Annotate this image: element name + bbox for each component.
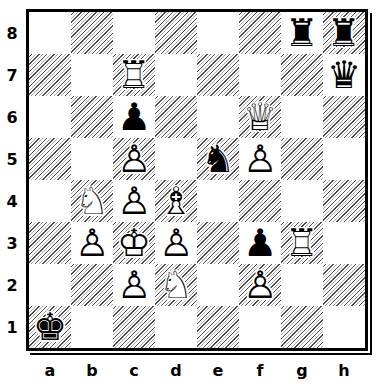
square-e1[interactable] xyxy=(197,306,239,348)
square-e5[interactable]: ♞ xyxy=(197,138,239,180)
square-e2[interactable] xyxy=(197,264,239,306)
square-h8[interactable]: ♜ xyxy=(323,12,365,54)
square-h2[interactable] xyxy=(323,264,365,306)
square-e3[interactable] xyxy=(197,222,239,264)
square-d8[interactable] xyxy=(155,12,197,54)
square-d7[interactable] xyxy=(155,54,197,96)
piece-glyph: ♚ xyxy=(29,306,71,348)
white-bishop-d4: ♝♗ xyxy=(155,180,197,222)
white-rook-c7: ♜♖ xyxy=(113,54,155,96)
square-h3[interactable] xyxy=(323,222,365,264)
square-b5[interactable] xyxy=(71,138,113,180)
square-g3[interactable]: ♜♖ xyxy=(281,222,323,264)
square-d4[interactable]: ♝♗ xyxy=(155,180,197,222)
square-c1[interactable] xyxy=(113,306,155,348)
rank-label-5: 5 xyxy=(0,138,24,180)
piece-outline-layer: ♙ xyxy=(113,180,155,222)
square-c4[interactable]: ♟♙ xyxy=(113,180,155,222)
square-a7[interactable] xyxy=(29,54,71,96)
file-label-d: d xyxy=(155,357,197,383)
rank-label-3: 3 xyxy=(0,222,24,264)
square-h7[interactable]: ♛ xyxy=(323,54,365,96)
piece-outline-layer: ♘ xyxy=(71,180,113,222)
square-c8[interactable] xyxy=(113,12,155,54)
white-pawn-b3: ♟♙ xyxy=(71,222,113,264)
square-a5[interactable] xyxy=(29,138,71,180)
file-label-h: h xyxy=(323,357,365,383)
black-pawn-c6: ♟ xyxy=(113,96,155,138)
square-e7[interactable] xyxy=(197,54,239,96)
square-f5[interactable]: ♟♙ xyxy=(239,138,281,180)
rank-label-6: 6 xyxy=(0,96,24,138)
square-a8[interactable] xyxy=(29,12,71,54)
square-b7[interactable] xyxy=(71,54,113,96)
square-b8[interactable] xyxy=(71,12,113,54)
square-g1[interactable] xyxy=(281,306,323,348)
black-king-a1: ♚ xyxy=(29,306,71,348)
piece-glyph: ♟ xyxy=(113,96,155,138)
white-pawn-c2: ♟♙ xyxy=(113,264,155,306)
square-f4[interactable] xyxy=(239,180,281,222)
square-f3[interactable]: ♟ xyxy=(239,222,281,264)
file-label-c: c xyxy=(113,357,155,383)
black-pawn-f3: ♟ xyxy=(239,222,281,264)
square-h1[interactable] xyxy=(323,306,365,348)
file-label-f: f xyxy=(239,357,281,383)
white-pawn-c5: ♟♙ xyxy=(113,138,155,180)
square-d6[interactable] xyxy=(155,96,197,138)
piece-outline-layer: ♙ xyxy=(155,222,197,264)
white-pawn-f5: ♟♙ xyxy=(239,138,281,180)
square-g4[interactable] xyxy=(281,180,323,222)
black-rook-g8: ♜ xyxy=(281,12,323,54)
square-e4[interactable] xyxy=(197,180,239,222)
piece-outline-layer: ♖ xyxy=(113,54,155,96)
chess-board: ♜♜♜♖♛♟♛♕♟♙♞♟♙♞♘♟♙♝♗♟♙♚♔♟♙♟♜♖♟♙♞♘♟♙♚ xyxy=(29,12,365,348)
square-h4[interactable] xyxy=(323,180,365,222)
file-label-a: a xyxy=(29,357,71,383)
square-c5[interactable]: ♟♙ xyxy=(113,138,155,180)
white-knight-b4: ♞♘ xyxy=(71,180,113,222)
piece-outline-layer: ♘ xyxy=(155,264,197,306)
black-rook-h8: ♜ xyxy=(323,12,365,54)
square-d1[interactable] xyxy=(155,306,197,348)
square-g6[interactable] xyxy=(281,96,323,138)
square-f2[interactable]: ♟♙ xyxy=(239,264,281,306)
board-frame: ♜♜♜♖♛♟♛♕♟♙♞♟♙♞♘♟♙♝♗♟♙♚♔♟♙♟♜♖♟♙♞♘♟♙♚ xyxy=(26,9,368,351)
rank-label-1: 1 xyxy=(0,306,24,348)
piece-glyph: ♞ xyxy=(197,138,239,180)
white-pawn-d3: ♟♙ xyxy=(155,222,197,264)
piece-outline-layer: ♖ xyxy=(281,222,323,264)
square-h6[interactable] xyxy=(323,96,365,138)
piece-outline-layer: ♔ xyxy=(113,222,155,264)
white-king-c3: ♚♔ xyxy=(113,222,155,264)
square-b6[interactable] xyxy=(71,96,113,138)
square-d3[interactable]: ♟♙ xyxy=(155,222,197,264)
file-label-e: e xyxy=(197,357,239,383)
file-labels: abcdefgh xyxy=(29,357,365,383)
chess-diagram: 87654321 ♜♜♜♖♛♟♛♕♟♙♞♟♙♞♘♟♙♝♗♟♙♚♔♟♙♟♜♖♟♙♞… xyxy=(0,0,386,391)
square-b1[interactable] xyxy=(71,306,113,348)
square-b3[interactable]: ♟♙ xyxy=(71,222,113,264)
square-f7[interactable] xyxy=(239,54,281,96)
piece-outline-layer: ♙ xyxy=(239,138,281,180)
square-a1[interactable]: ♚ xyxy=(29,306,71,348)
white-knight-d2: ♞♘ xyxy=(155,264,197,306)
square-a4[interactable] xyxy=(29,180,71,222)
square-e6[interactable] xyxy=(197,96,239,138)
square-d2[interactable]: ♞♘ xyxy=(155,264,197,306)
piece-outline-layer: ♕ xyxy=(239,96,281,138)
piece-outline-layer: ♙ xyxy=(71,222,113,264)
square-a3[interactable] xyxy=(29,222,71,264)
rank-labels: 87654321 xyxy=(0,12,24,348)
piece-glyph: ♜ xyxy=(323,12,365,54)
square-g5[interactable] xyxy=(281,138,323,180)
square-f1[interactable] xyxy=(239,306,281,348)
square-f6[interactable]: ♛♕ xyxy=(239,96,281,138)
piece-glyph: ♟ xyxy=(239,222,281,264)
square-b2[interactable] xyxy=(71,264,113,306)
square-a6[interactable] xyxy=(29,96,71,138)
square-b4[interactable]: ♞♘ xyxy=(71,180,113,222)
white-rook-g3: ♜♖ xyxy=(281,222,323,264)
rank-label-4: 4 xyxy=(0,180,24,222)
square-a2[interactable] xyxy=(29,264,71,306)
black-knight-e5: ♞ xyxy=(197,138,239,180)
piece-glyph: ♛ xyxy=(323,54,365,96)
piece-outline-layer: ♗ xyxy=(155,180,197,222)
piece-glyph: ♜ xyxy=(281,12,323,54)
square-g2[interactable] xyxy=(281,264,323,306)
square-c6[interactable]: ♟ xyxy=(113,96,155,138)
square-c2[interactable]: ♟♙ xyxy=(113,264,155,306)
file-label-g: g xyxy=(281,357,323,383)
piece-outline-layer: ♙ xyxy=(239,264,281,306)
square-c3[interactable]: ♚♔ xyxy=(113,222,155,264)
rank-label-8: 8 xyxy=(0,12,24,54)
square-h5[interactable] xyxy=(323,138,365,180)
white-pawn-c4: ♟♙ xyxy=(113,180,155,222)
square-e8[interactable] xyxy=(197,12,239,54)
file-label-b: b xyxy=(71,357,113,383)
square-g7[interactable] xyxy=(281,54,323,96)
white-queen-f6: ♛♕ xyxy=(239,96,281,138)
square-c7[interactable]: ♜♖ xyxy=(113,54,155,96)
rank-label-7: 7 xyxy=(0,54,24,96)
square-d5[interactable] xyxy=(155,138,197,180)
square-g8[interactable]: ♜ xyxy=(281,12,323,54)
piece-outline-layer: ♙ xyxy=(113,138,155,180)
square-f8[interactable] xyxy=(239,12,281,54)
piece-outline-layer: ♙ xyxy=(113,264,155,306)
white-pawn-f2: ♟♙ xyxy=(239,264,281,306)
rank-label-2: 2 xyxy=(0,264,24,306)
black-queen-h7: ♛ xyxy=(323,54,365,96)
